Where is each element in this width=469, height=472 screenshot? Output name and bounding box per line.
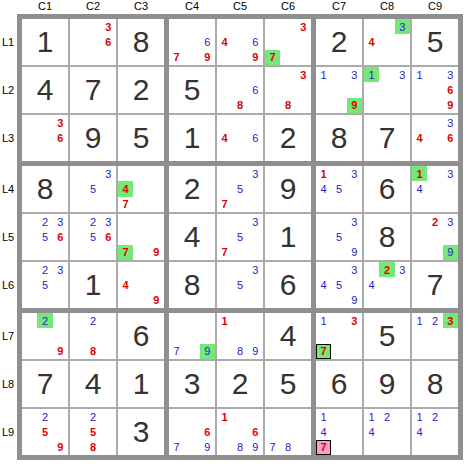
sudoku-cell[interactable]: 189 (217, 313, 263, 359)
sudoku-cell[interactable]: 357 (217, 214, 263, 260)
candidate-slot (412, 146, 427, 161)
sudoku-cell[interactable]: 46 (217, 115, 263, 161)
candidate-slot (296, 34, 311, 49)
candidate-digit: 8 (232, 440, 247, 455)
candidate-slot (395, 98, 410, 113)
sudoku-cell[interactable]: 4 (70, 361, 116, 407)
candidate-grid: 29 (22, 313, 68, 359)
candidate-slot (427, 229, 442, 244)
candidate-slot (412, 328, 427, 343)
candidate-slot (53, 277, 68, 292)
candidate-digit: 3 (101, 19, 116, 34)
sudoku-cell[interactable]: 79 (169, 313, 215, 359)
sudoku-cell[interactable]: 4 (265, 313, 311, 359)
candidate-grid: 1345 (316, 166, 362, 212)
candidate-grid: 124 (364, 409, 410, 455)
sudoku-cell[interactable]: 5 (118, 115, 164, 161)
candidate-slot (331, 328, 346, 343)
sudoku-cell[interactable]: 124 (364, 409, 410, 455)
candidate-slot (217, 344, 232, 359)
sudoku-cell[interactable]: 8 (412, 361, 458, 407)
sudoku-cell[interactable]: 7 (364, 115, 410, 161)
sudoku-cell[interactable]: 2 (118, 67, 164, 113)
candidate-digit: 3 (248, 214, 263, 229)
candidate-slot (412, 115, 427, 130)
cell-value: 5 (184, 73, 201, 107)
candidate-grid: 3459 (316, 262, 362, 308)
candidate-slot (85, 328, 100, 343)
sudoku-cell[interactable]: 2 (169, 166, 215, 212)
candidate-slot (149, 197, 164, 212)
candidate-slot (232, 424, 247, 439)
sudoku-cell[interactable]: 78 (265, 409, 311, 455)
sudoku-cell[interactable]: 2 (265, 115, 311, 161)
sudoku-cell[interactable]: 5 (412, 19, 458, 65)
candidate-grid: 38 (265, 67, 311, 113)
candidate-slot (296, 82, 311, 97)
candidate-digit: 1 (316, 166, 331, 181)
candidate-slot (364, 293, 379, 308)
candidate-slot (149, 262, 164, 277)
sudoku-cell[interactable]: 1 (169, 115, 215, 161)
sudoku-cell[interactable]: 359 (316, 214, 362, 260)
candidate-digit: 2 (37, 214, 52, 229)
candidate-slot (37, 130, 52, 145)
sudoku-cell[interactable]: 235 (22, 262, 68, 308)
candidate-grid: 124 (412, 409, 458, 455)
candidate-digit: 2 (379, 409, 394, 424)
cell-value: 5 (280, 367, 297, 401)
candidate-slot (395, 50, 410, 65)
candidate-slot (443, 344, 458, 359)
candidate-digit: 2 (379, 262, 394, 277)
candidate-grid: 79 (118, 214, 164, 260)
candidate-digit: 2 (427, 313, 442, 328)
candidate-slot (184, 34, 199, 49)
candidate-slot (22, 344, 37, 359)
candidate-slot (347, 328, 362, 343)
candidate-slot (118, 293, 133, 308)
sudoku-cell[interactable]: 139 (316, 67, 362, 113)
candidate-slot (133, 262, 148, 277)
sudoku-cell[interactable]: 1 (265, 214, 311, 260)
sudoku-cell[interactable]: 239 (412, 214, 458, 260)
candidate-digit: 9 (200, 50, 215, 65)
candidate-slot (248, 98, 263, 113)
candidate-grid: 2356 (70, 214, 116, 260)
sudoku-cell[interactable]: 4 (22, 67, 68, 113)
candidate-digit: 5 (232, 181, 247, 196)
sudoku-cell[interactable]: 5 (265, 361, 311, 407)
candidate-grid: 679 (169, 409, 215, 455)
sudoku-cell[interactable]: 8 (364, 214, 410, 260)
candidate-grid: 36 (70, 19, 116, 65)
candidate-digit: 8 (232, 344, 247, 359)
sudoku-cell[interactable]: 6 (118, 313, 164, 359)
cell-value: 2 (331, 25, 348, 59)
candidate-slot (331, 67, 346, 82)
candidate-grid: 139 (316, 67, 362, 113)
candidate-slot (217, 440, 232, 455)
candidate-slot (232, 115, 247, 130)
sudoku-cell[interactable]: 134 (412, 166, 458, 212)
cell-value: 4 (85, 367, 102, 401)
candidate-slot (217, 262, 232, 277)
candidate-grid: 234 (364, 262, 410, 308)
candidate-digit: 6 (248, 424, 263, 439)
candidate-digit: 1 (316, 313, 331, 328)
candidate-slot (427, 130, 442, 145)
sudoku-cell[interactable]: 124 (412, 409, 458, 455)
sudoku-cell[interactable]: 6 (364, 166, 410, 212)
candidate-slot (133, 293, 148, 308)
column-label: C9 (428, 0, 442, 14)
candidate-slot (85, 19, 100, 34)
sudoku-cell[interactable]: 2 (316, 19, 362, 65)
candidate-slot (265, 98, 280, 113)
sudoku-cell[interactable]: 6 (316, 361, 362, 407)
candidate-slot (118, 229, 133, 244)
candidate-digit: 8 (85, 344, 100, 359)
candidate-slot (364, 50, 379, 65)
candidate-slot (331, 197, 346, 212)
candidate-slot (248, 409, 263, 424)
candidate-digit: 4 (316, 424, 331, 439)
candidate-slot (280, 34, 295, 49)
candidate-slot (347, 82, 362, 97)
candidate-slot (265, 19, 280, 34)
candidate-digit: 3 (53, 214, 68, 229)
candidate-slot (53, 313, 68, 328)
sudoku-cell[interactable]: 258 (70, 409, 116, 455)
candidate-slot (395, 409, 410, 424)
cell-value: 3 (133, 415, 150, 449)
candidate-digit: 8 (232, 98, 247, 113)
candidate-digit: 7 (316, 344, 331, 359)
sudoku-cell[interactable]: 3 (169, 361, 215, 407)
candidate-digit: 6 (200, 34, 215, 49)
candidate-grid: 35 (217, 262, 263, 308)
candidate-slot (280, 19, 295, 34)
candidate-slot (443, 181, 458, 196)
candidate-digit: 3 (395, 262, 410, 277)
sudoku-cell[interactable]: 36 (22, 115, 68, 161)
sudoku-block: 791894325679168978 (169, 313, 311, 455)
cell-value: 1 (133, 367, 150, 401)
sudoku-cell[interactable]: 147 (316, 409, 362, 455)
candidate-digit: 2 (37, 313, 52, 328)
candidate-digit: 4 (118, 181, 133, 196)
candidate-slot (184, 313, 199, 328)
column-label: C5 (233, 0, 247, 14)
candidate-slot (53, 245, 68, 260)
cell-value: 9 (85, 121, 102, 155)
candidate-digit: 4 (412, 424, 427, 439)
sudoku-cell[interactable]: 9 (70, 115, 116, 161)
candidate-digit: 1 (412, 166, 427, 181)
candidate-grid: 359 (316, 214, 362, 260)
sudoku-cell[interactable]: 8 (169, 262, 215, 308)
column-label: C2 (86, 0, 100, 14)
sudoku-cell[interactable]: 1 (118, 361, 164, 407)
cell-value: 5 (427, 25, 444, 59)
candidate-slot (70, 197, 85, 212)
candidate-slot (265, 424, 280, 439)
candidate-slot (217, 82, 232, 97)
sudoku-cell[interactable]: 3 (118, 409, 164, 455)
candidate-slot (296, 440, 311, 455)
candidate-slot (347, 277, 362, 292)
sudoku-cell[interactable]: 35 (217, 262, 263, 308)
candidate-slot (70, 245, 85, 260)
sudoku-cell[interactable]: 8 (22, 166, 68, 212)
candidate-digit: 2 (85, 214, 100, 229)
candidate-slot (248, 277, 263, 292)
candidate-slot (37, 328, 52, 343)
candidate-digit: 2 (85, 409, 100, 424)
candidate-digit: 7 (217, 245, 232, 260)
sudoku-cell[interactable]: 259 (22, 409, 68, 455)
candidate-slot (331, 424, 346, 439)
candidate-slot (200, 409, 215, 424)
candidate-slot (53, 293, 68, 308)
candidate-digit: 4 (364, 277, 379, 292)
sudoku-cell[interactable]: 28 (70, 313, 116, 359)
candidate-digit: 2 (427, 214, 442, 229)
sudoku-cell[interactable]: 1689 (217, 409, 263, 455)
sudoku-cell[interactable]: 13 (364, 67, 410, 113)
candidate-slot (379, 19, 394, 34)
candidate-grid: 235 (22, 262, 68, 308)
sudoku-app: C1C2C3C4C5C6C7C8C9 L1L2L3L4L5L6L7L8L9 13… (0, 0, 469, 472)
candidate-slot (217, 50, 232, 65)
candidate-grid: 679 (169, 19, 215, 65)
candidate-slot (53, 146, 68, 161)
candidate-digit: 7 (265, 50, 280, 65)
candidate-slot (22, 229, 37, 244)
sudoku-cell[interactable]: 234 (364, 262, 410, 308)
candidate-slot (37, 146, 52, 161)
sudoku-cell[interactable]: 49 (118, 262, 164, 308)
candidate-slot (232, 166, 247, 181)
candidate-digit: 4 (364, 34, 379, 49)
candidate-digit: 1 (364, 67, 379, 82)
candidate-slot (133, 197, 148, 212)
candidate-slot (118, 166, 133, 181)
candidate-slot (101, 424, 116, 439)
candidate-digit: 9 (248, 440, 263, 455)
candidate-slot (184, 344, 199, 359)
candidate-slot (412, 440, 427, 455)
cell-value: 6 (280, 268, 297, 302)
sudoku-block: 292867412592583 (22, 313, 164, 455)
candidate-digit: 1 (412, 409, 427, 424)
candidate-digit: 3 (296, 19, 311, 34)
sudoku-cell[interactable]: 9 (364, 361, 410, 407)
sudoku-cell[interactable]: 7 (70, 67, 116, 113)
sudoku-cell[interactable]: 35 (70, 166, 116, 212)
candidate-slot (248, 313, 263, 328)
sudoku-cell[interactable]: 38 (265, 67, 311, 113)
sudoku-block: 13684723695 (22, 19, 164, 161)
sudoku-cell[interactable]: 8 (316, 115, 362, 161)
candidate-digit: 9 (347, 293, 362, 308)
sudoku-cell[interactable]: 123 (412, 313, 458, 359)
candidate-grid: 137 (316, 313, 362, 359)
sudoku-cell[interactable]: 357 (217, 166, 263, 212)
candidate-slot (217, 277, 232, 292)
candidate-digit: 7 (265, 440, 280, 455)
sudoku-cell[interactable]: 1345 (316, 166, 362, 212)
candidate-grid: 34 (364, 19, 410, 65)
cell-value: 4 (280, 319, 297, 353)
candidate-slot (22, 146, 37, 161)
candidate-slot (379, 34, 394, 49)
sudoku-cell[interactable]: 1 (70, 262, 116, 308)
candidate-slot (364, 98, 379, 113)
cell-value: 1 (85, 268, 102, 302)
candidate-slot (184, 409, 199, 424)
sudoku-cell[interactable]: 9 (265, 166, 311, 212)
candidate-slot (184, 440, 199, 455)
candidate-digit: 7 (118, 245, 133, 260)
candidate-slot (70, 440, 85, 455)
candidate-grid: 2356 (22, 214, 68, 260)
candidate-digit: 4 (118, 277, 133, 292)
sudoku-cell[interactable]: 1 (22, 19, 68, 65)
candidate-digit: 9 (443, 245, 458, 260)
column-label: C1 (38, 0, 52, 14)
sudoku-cell[interactable]: 36 (70, 19, 116, 65)
candidate-slot (265, 409, 280, 424)
candidate-slot (265, 82, 280, 97)
candidate-slot (70, 214, 85, 229)
sudoku-cell[interactable]: 29 (22, 313, 68, 359)
sudoku-cell[interactable]: 679 (169, 409, 215, 455)
candidate-slot (118, 214, 133, 229)
candidate-slot (22, 262, 37, 277)
candidate-digit: 9 (200, 440, 215, 455)
sudoku-cell[interactable]: 7 (22, 361, 68, 407)
sudoku-cell[interactable]: 7 (412, 262, 458, 308)
candidate-digit: 6 (53, 229, 68, 244)
candidate-slot (331, 313, 346, 328)
candidate-slot (316, 98, 331, 113)
sudoku-cell[interactable]: 47 (118, 166, 164, 212)
sudoku-cell[interactable]: 4 (169, 214, 215, 260)
candidate-slot (85, 197, 100, 212)
sudoku-cell[interactable]: 469 (217, 19, 263, 65)
cell-value: 7 (379, 121, 396, 155)
candidate-slot (133, 214, 148, 229)
sudoku-cell[interactable]: 137 (316, 313, 362, 359)
sudoku-cell[interactable]: 6 (265, 262, 311, 308)
candidate-slot (22, 245, 37, 260)
candidate-digit: 5 (85, 229, 100, 244)
candidate-slot (101, 181, 116, 196)
candidate-digit: 2 (85, 313, 100, 328)
sudoku-cell[interactable]: 679 (169, 19, 215, 65)
candidate-digit: 6 (248, 34, 263, 49)
candidate-slot (232, 409, 247, 424)
candidate-slot (232, 19, 247, 34)
cell-value: 2 (133, 73, 150, 107)
candidate-slot (316, 293, 331, 308)
sudoku-cell[interactable]: 79 (118, 214, 164, 260)
candidate-digit: 3 (395, 67, 410, 82)
candidate-digit: 9 (149, 245, 164, 260)
candidate-digit: 3 (347, 166, 362, 181)
sudoku-cell[interactable]: 8 (118, 19, 164, 65)
sudoku-cell[interactable]: 346 (412, 115, 458, 161)
sudoku-cell[interactable]: 34 (364, 19, 410, 65)
candidate-slot (347, 440, 362, 455)
candidate-grid: 79 (169, 313, 215, 359)
cell-value: 8 (37, 172, 54, 206)
candidate-grid: 239 (412, 214, 458, 260)
candidate-slot (232, 328, 247, 343)
candidate-digit: 1 (364, 409, 379, 424)
candidate-digit: 6 (443, 82, 458, 97)
candidate-digit: 5 (331, 277, 346, 292)
candidate-slot (395, 440, 410, 455)
candidate-digit: 3 (347, 214, 362, 229)
candidate-slot (427, 440, 442, 455)
cell-value: 8 (184, 268, 201, 302)
candidate-slot (232, 313, 247, 328)
candidate-slot (331, 409, 346, 424)
candidate-grid: 147 (316, 409, 362, 455)
sudoku-cell[interactable]: 2356 (22, 214, 68, 260)
candidate-slot (169, 409, 184, 424)
candidate-slot (232, 67, 247, 82)
candidate-slot (379, 67, 394, 82)
candidate-grid: 357 (217, 214, 263, 260)
candidate-digit: 3 (53, 262, 68, 277)
candidate-digit: 4 (412, 130, 427, 145)
candidate-slot (101, 344, 116, 359)
candidate-slot (232, 245, 247, 260)
sudoku-block: 23579435718356 (169, 166, 311, 308)
sudoku-cell[interactable]: 5 (364, 313, 410, 359)
cell-value: 4 (37, 73, 54, 107)
candidate-slot (296, 98, 311, 113)
candidate-digit: 9 (149, 293, 164, 308)
candidate-digit: 6 (443, 130, 458, 145)
candidate-digit: 4 (316, 181, 331, 196)
candidate-slot (22, 313, 37, 328)
cell-value: 8 (379, 220, 396, 254)
column-label: C3 (134, 0, 148, 14)
candidate-slot (443, 409, 458, 424)
sudoku-cell[interactable]: 1369 (412, 67, 458, 113)
candidate-slot (169, 34, 184, 49)
candidate-slot (316, 214, 331, 229)
candidate-slot (248, 146, 263, 161)
candidate-digit: 6 (248, 130, 263, 145)
candidate-digit: 4 (316, 277, 331, 292)
sudoku-cell[interactable]: 2356 (70, 214, 116, 260)
candidate-slot (22, 328, 37, 343)
sudoku-cell[interactable]: 5 (169, 67, 215, 113)
candidate-slot (248, 293, 263, 308)
candidate-slot (427, 82, 442, 97)
sudoku-cell[interactable]: 37 (265, 19, 311, 65)
candidate-digit: 7 (316, 440, 331, 455)
sudoku-cell[interactable]: 68 (217, 67, 263, 113)
sudoku-cell[interactable]: 2 (217, 361, 263, 407)
sudoku-cell[interactable]: 3459 (316, 262, 362, 308)
